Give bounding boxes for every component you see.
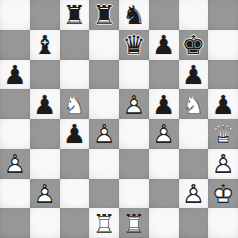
white-pawn[interactable]: ♟♙ — [119, 89, 149, 119]
square-e7[interactable]: ♛ — [119, 30, 149, 60]
square-g4[interactable] — [179, 119, 209, 149]
square-d2[interactable] — [89, 179, 119, 209]
white-rook[interactable]: ♜♖ — [89, 208, 119, 238]
square-c2[interactable] — [60, 179, 90, 209]
black-pawn[interactable]: ♟ — [179, 60, 209, 90]
square-e1[interactable]: ♜♖ — [119, 208, 149, 238]
square-g1[interactable] — [179, 208, 209, 238]
square-d7[interactable] — [89, 30, 119, 60]
square-a1[interactable] — [0, 208, 30, 238]
white-knight-outline: ♘ — [60, 89, 90, 119]
white-rook-outline: ♖ — [119, 208, 149, 238]
square-b4[interactable] — [30, 119, 60, 149]
square-c1[interactable] — [60, 208, 90, 238]
square-h8[interactable] — [208, 0, 238, 30]
square-g5[interactable]: ♞♘ — [179, 89, 209, 119]
square-a5[interactable] — [0, 89, 30, 119]
square-d4[interactable]: ♟♙ — [89, 119, 119, 149]
white-pawn-outline: ♙ — [119, 89, 149, 119]
black-queen-glyph: ♛ — [119, 30, 149, 60]
square-h6[interactable] — [208, 60, 238, 90]
black-pawn-glyph: ♟ — [208, 89, 238, 119]
square-f5[interactable]: ♟ — [149, 89, 179, 119]
black-pawn[interactable]: ♟ — [149, 30, 179, 60]
black-pawn[interactable]: ♟ — [149, 89, 179, 119]
square-b7[interactable]: ♝ — [30, 30, 60, 60]
square-d8[interactable]: ♜ — [89, 0, 119, 30]
square-f4[interactable]: ♟♙ — [149, 119, 179, 149]
square-g3[interactable] — [179, 149, 209, 179]
black-knight[interactable]: ♞ — [119, 0, 149, 30]
square-g8[interactable] — [179, 0, 209, 30]
white-pawn[interactable]: ♟♙ — [0, 149, 30, 179]
black-pawn[interactable]: ♟ — [0, 60, 30, 90]
square-f3[interactable] — [149, 149, 179, 179]
white-pawn-outline: ♙ — [149, 119, 179, 149]
square-b8[interactable] — [30, 0, 60, 30]
square-c7[interactable] — [60, 30, 90, 60]
black-rook-glyph: ♜ — [89, 0, 119, 30]
square-f8[interactable] — [149, 0, 179, 30]
square-f1[interactable] — [149, 208, 179, 238]
white-king[interactable]: ♚♔ — [208, 179, 238, 209]
white-pawn-outline: ♙ — [208, 149, 238, 179]
square-g7[interactable]: ♚ — [179, 30, 209, 60]
square-g6[interactable]: ♟ — [179, 60, 209, 90]
square-c6[interactable] — [60, 60, 90, 90]
square-h3[interactable]: ♟♙ — [208, 149, 238, 179]
square-e2[interactable] — [119, 179, 149, 209]
square-h7[interactable] — [208, 30, 238, 60]
square-e5[interactable]: ♟♙ — [119, 89, 149, 119]
white-pawn[interactable]: ♟♙ — [149, 119, 179, 149]
square-a7[interactable] — [0, 30, 30, 60]
square-d3[interactable] — [89, 149, 119, 179]
white-pawn[interactable]: ♟♙ — [208, 149, 238, 179]
square-g2[interactable]: ♟♙ — [179, 179, 209, 209]
white-queen[interactable]: ♛♕ — [208, 119, 238, 149]
black-pawn-glyph: ♟ — [149, 30, 179, 60]
black-pawn-glyph: ♟ — [0, 60, 30, 90]
square-a4[interactable] — [0, 119, 30, 149]
black-pawn-glyph: ♟ — [149, 89, 179, 119]
square-c8[interactable]: ♜ — [60, 0, 90, 30]
black-rook-glyph: ♜ — [60, 0, 90, 30]
white-knight[interactable]: ♞♘ — [60, 89, 90, 119]
white-knight-outline: ♘ — [179, 89, 209, 119]
white-pawn-outline: ♙ — [30, 179, 60, 209]
square-f6[interactable] — [149, 60, 179, 90]
black-rook[interactable]: ♜ — [89, 0, 119, 30]
square-f7[interactable]: ♟ — [149, 30, 179, 60]
black-bishop-glyph: ♝ — [30, 30, 60, 60]
white-knight[interactable]: ♞♘ — [179, 89, 209, 119]
square-a3[interactable]: ♟♙ — [0, 149, 30, 179]
black-knight-glyph: ♞ — [119, 0, 149, 30]
square-a2[interactable] — [0, 179, 30, 209]
black-rook[interactable]: ♜ — [60, 0, 90, 30]
white-pawn-outline: ♙ — [179, 179, 209, 209]
square-d1[interactable]: ♜♖ — [89, 208, 119, 238]
square-c4[interactable]: ♟ — [60, 119, 90, 149]
black-king-glyph: ♚ — [179, 30, 209, 60]
square-a6[interactable]: ♟ — [0, 60, 30, 90]
square-c3[interactable] — [60, 149, 90, 179]
black-pawn[interactable]: ♟ — [60, 119, 90, 149]
square-d5[interactable] — [89, 89, 119, 119]
white-pawn-outline: ♙ — [0, 149, 30, 179]
white-pawn[interactable]: ♟♙ — [30, 179, 60, 209]
black-pawn[interactable]: ♟ — [208, 89, 238, 119]
black-pawn-glyph: ♟ — [30, 89, 60, 119]
black-queen[interactable]: ♛ — [119, 30, 149, 60]
square-b5[interactable]: ♟ — [30, 89, 60, 119]
square-b3[interactable] — [30, 149, 60, 179]
square-a8[interactable] — [0, 0, 30, 30]
square-b1[interactable] — [30, 208, 60, 238]
black-pawn-glyph: ♟ — [179, 60, 209, 90]
black-pawn[interactable]: ♟ — [30, 89, 60, 119]
square-e3[interactable] — [119, 149, 149, 179]
black-bishop[interactable]: ♝ — [30, 30, 60, 60]
square-h4[interactable]: ♛♕ — [208, 119, 238, 149]
white-pawn-outline: ♙ — [89, 119, 119, 149]
white-pawn[interactable]: ♟♙ — [89, 119, 119, 149]
square-e8[interactable]: ♞ — [119, 0, 149, 30]
white-rook-outline: ♖ — [89, 208, 119, 238]
black-king[interactable]: ♚ — [179, 30, 209, 60]
square-b6[interactable] — [30, 60, 60, 90]
square-e6[interactable] — [119, 60, 149, 90]
square-e4[interactable] — [119, 119, 149, 149]
white-king-outline: ♔ — [208, 179, 238, 209]
square-h5[interactable]: ♟ — [208, 89, 238, 119]
square-h2[interactable]: ♚♔ — [208, 179, 238, 209]
white-queen-outline: ♕ — [208, 119, 238, 149]
black-pawn-glyph: ♟ — [60, 119, 90, 149]
white-pawn[interactable]: ♟♙ — [179, 179, 209, 209]
square-b2[interactable]: ♟♙ — [30, 179, 60, 209]
square-d6[interactable] — [89, 60, 119, 90]
square-c5[interactable]: ♞♘ — [60, 89, 90, 119]
square-h1[interactable] — [208, 208, 238, 238]
chess-board: ♜♜♞♝♛♟♚♟♟♟♞♘♟♙♟♞♘♟♟♟♙♟♙♛♕♟♙♟♙♟♙♟♙♚♔♜♖♜♖ — [0, 0, 238, 238]
white-rook[interactable]: ♜♖ — [119, 208, 149, 238]
square-f2[interactable] — [149, 179, 179, 209]
